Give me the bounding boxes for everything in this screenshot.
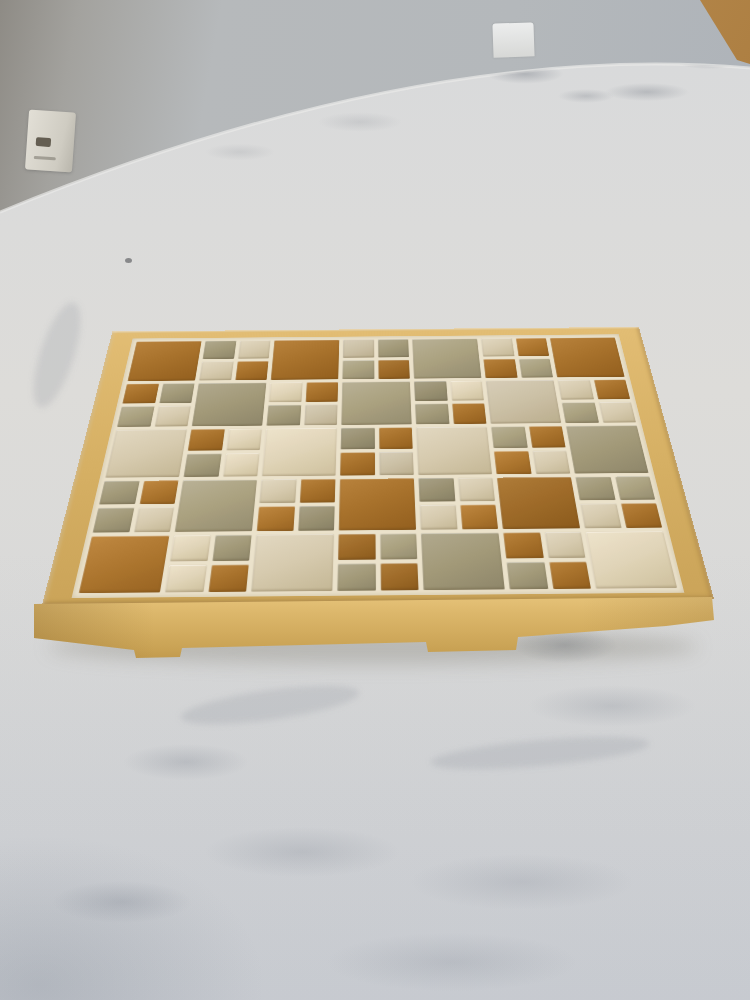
tile-r6c3-small	[184, 454, 222, 477]
tile-r3c3-large	[192, 383, 267, 427]
tray-frame	[42, 327, 714, 605]
tile-r7c9-small	[418, 478, 454, 502]
tile-r3c13-small	[558, 380, 594, 400]
tile-r4c5-small	[266, 405, 300, 426]
tile-r6c8-small	[379, 452, 414, 475]
tile-r9c9-large	[421, 533, 505, 591]
tile-r5c12-small	[529, 426, 566, 448]
tile-r9c3-small	[170, 535, 211, 561]
tile-r2c11-small	[483, 359, 517, 378]
tile-r4c14-small	[598, 402, 636, 423]
tile-r7c14-small	[615, 476, 656, 500]
tile-r9c1-large	[79, 535, 170, 593]
tile-r4c10-small	[452, 403, 487, 424]
tile-r5c1-large	[105, 430, 187, 478]
tile-r1c9-large	[412, 339, 481, 379]
tile-r2c7-small	[342, 360, 374, 379]
tile-r5c7-small	[341, 428, 375, 450]
tile-r5c11-small	[491, 427, 527, 449]
tile-r4c2-small	[154, 406, 190, 427]
tile-r9c11-small	[503, 532, 543, 558]
tile-r1c4-small	[238, 340, 271, 358]
tile-r6c11-small	[494, 451, 531, 474]
tile-r2c8-small	[378, 360, 410, 379]
tile-r9c8-small	[380, 533, 417, 559]
tile-r4c6-small	[304, 405, 338, 426]
tile-r9c5-large	[251, 534, 334, 592]
tile-r3c1-small	[122, 384, 158, 404]
tile-r10c11-small	[507, 562, 548, 589]
tile-r10c4-small	[208, 564, 249, 592]
tile-r9c4-small	[212, 535, 252, 561]
tile-r7c2-small	[139, 480, 178, 504]
tile-r7c6-small	[299, 479, 335, 503]
tile-r3c7-large	[341, 382, 411, 426]
tile-r4c9-small	[415, 404, 449, 425]
tile-r3c10-small	[450, 381, 484, 401]
tile-r10c8-small	[380, 563, 418, 590]
tile-r9c12-small	[544, 532, 585, 558]
tile-r5c4-small	[226, 429, 262, 451]
tile-r7c5-small	[259, 479, 296, 503]
tile-r10c3-small	[165, 565, 207, 593]
tile-r8c13-small	[580, 503, 621, 528]
tile-r6c7-small	[340, 453, 375, 476]
tile-r5c3-small	[188, 429, 225, 451]
tile-r2c4-small	[235, 361, 269, 380]
tile-r7c1-small	[99, 480, 139, 504]
tile-r8c5-small	[257, 506, 295, 531]
mosaic-tray	[42, 327, 714, 605]
tile-r3c14-small	[594, 380, 631, 400]
tile-r1c11-small	[481, 338, 514, 356]
tile-r5c13-large	[566, 426, 648, 474]
tile-r3c9-small	[414, 381, 447, 401]
tile-r5c8-small	[379, 428, 413, 450]
tile-r6c4-small	[223, 454, 260, 477]
marble-speck	[125, 258, 132, 263]
tile-r9c7-small	[338, 534, 375, 560]
tile-r1c12-small	[515, 338, 549, 356]
tile-r9c13-large	[585, 531, 677, 588]
tile-r8c1-small	[93, 507, 134, 532]
tile-r8c6-small	[298, 506, 335, 531]
tile-r8c10-small	[460, 504, 498, 529]
tile-r1c1-large	[128, 341, 202, 381]
tile-r8c14-small	[620, 503, 662, 528]
tile-r1c8-small	[378, 339, 409, 357]
tile-r7c10-small	[458, 477, 495, 501]
tile-r1c3-small	[203, 341, 236, 359]
tile-r4c13-small	[562, 402, 599, 423]
tile-r2c3-small	[199, 361, 233, 380]
tile-r5c5-large	[262, 428, 337, 476]
tile-r7c11-large	[497, 477, 580, 529]
mosaic-grid	[79, 337, 677, 593]
tile-r3c11-large	[486, 380, 561, 424]
tile-r8c2-small	[134, 507, 174, 532]
tile-r5c9-large	[416, 427, 492, 475]
tile-r1c7-small	[343, 339, 374, 357]
tile-r10c7-small	[337, 563, 375, 590]
tile-r3c6-small	[305, 382, 338, 402]
tile-r7c7-large	[339, 478, 416, 530]
tile-r6c12-small	[532, 451, 570, 474]
tile-r8c9-small	[420, 505, 457, 530]
tile-r1c13-large	[550, 337, 625, 377]
tile-r7c13-small	[575, 476, 615, 500]
tile-r3c2-small	[159, 383, 195, 403]
tile-r10c12-small	[549, 562, 591, 589]
tile-r2c12-small	[519, 359, 553, 378]
grout-bed	[72, 334, 685, 598]
tile-r7c3-large	[175, 479, 257, 531]
tile-r1c5-large	[271, 340, 340, 380]
tile-r3c5-small	[269, 382, 303, 402]
tile-r4c1-small	[117, 406, 154, 427]
